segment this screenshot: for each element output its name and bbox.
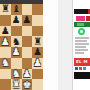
black-pawn[interactable]: ♟ xyxy=(12,15,21,25)
square-a4[interactable] xyxy=(0,47,11,58)
white-rook[interactable]: ♜ xyxy=(12,80,21,90)
black-pawn[interactable]: ♟ xyxy=(1,26,10,36)
ad-red-block xyxy=(86,16,90,21)
square-c4[interactable] xyxy=(22,47,33,58)
black-pawn[interactable]: ♟ xyxy=(33,47,42,57)
twitter-icon[interactable] xyxy=(83,67,86,70)
square-d4[interactable]: ♟ xyxy=(32,47,43,58)
square-a6[interactable]: ♟ xyxy=(0,26,11,37)
text-line xyxy=(75,40,87,42)
square-b2[interactable]: ♞ xyxy=(11,69,22,80)
ad-banner[interactable] xyxy=(74,15,90,21)
chess-board[interactable]: ♜♝♟♟♟♟♞♜♟♟♞♟♞♟♜♚ xyxy=(0,4,43,90)
text-line xyxy=(75,37,89,39)
square-b8[interactable]: ♝ xyxy=(11,4,22,15)
facebook-icon[interactable] xyxy=(75,67,78,70)
media-red-chip xyxy=(88,9,90,14)
square-a1[interactable] xyxy=(0,79,11,90)
page-gutter-gray xyxy=(58,0,72,90)
black-rook[interactable]: ♜ xyxy=(33,37,42,47)
square-d5[interactable]: ♜ xyxy=(32,36,43,47)
square-d8[interactable] xyxy=(32,4,43,15)
white-pawn[interactable]: ♟ xyxy=(33,58,42,68)
square-b5[interactable]: ♞ xyxy=(11,36,22,47)
whatsapp-button[interactable] xyxy=(78,28,85,35)
text-line xyxy=(75,49,88,51)
red-banner[interactable]: EL M xyxy=(74,58,90,66)
square-d3[interactable]: ♟ xyxy=(32,58,43,69)
square-a2[interactable] xyxy=(0,69,11,80)
square-b4[interactable]: ♟ xyxy=(11,47,22,58)
square-c5[interactable] xyxy=(22,36,33,47)
square-d6[interactable] xyxy=(32,26,43,37)
media-bar[interactable] xyxy=(74,9,90,14)
square-c3[interactable] xyxy=(22,58,33,69)
square-a8[interactable]: ♜ xyxy=(0,4,11,15)
page-gutter-white xyxy=(43,0,58,90)
square-c2[interactable]: ♟ xyxy=(22,69,33,80)
black-bishop[interactable]: ♝ xyxy=(12,4,21,14)
square-c8[interactable] xyxy=(22,4,33,15)
square-b1[interactable]: ♜ xyxy=(11,79,22,90)
social-icons xyxy=(75,67,86,70)
ad-pink-block xyxy=(76,16,85,21)
square-c6[interactable] xyxy=(22,26,33,37)
square-d7[interactable] xyxy=(32,15,43,26)
square-c7[interactable]: ♟ xyxy=(22,15,33,26)
white-king[interactable]: ♚ xyxy=(22,80,31,90)
text-line xyxy=(75,43,89,45)
square-d2[interactable] xyxy=(32,69,43,80)
black-rook[interactable]: ♜ xyxy=(1,4,10,14)
text-line xyxy=(75,46,86,48)
square-a3[interactable]: ♞ xyxy=(0,58,11,69)
white-knight[interactable]: ♞ xyxy=(12,69,21,79)
black-media-block[interactable] xyxy=(74,72,90,79)
square-a5[interactable]: ♟ xyxy=(0,36,11,47)
square-b3[interactable] xyxy=(11,58,22,69)
white-pawn[interactable]: ♟ xyxy=(22,69,31,79)
square-c1[interactable]: ♚ xyxy=(22,79,33,90)
text-line xyxy=(75,52,84,54)
whatsapp-icon xyxy=(80,30,83,33)
square-a7[interactable] xyxy=(0,15,11,26)
square-b6[interactable] xyxy=(11,26,22,37)
green-header-inner xyxy=(77,23,84,26)
googleplus-icon[interactable] xyxy=(79,67,82,70)
black-pawn[interactable]: ♟ xyxy=(22,15,31,25)
right-sidebar: EL M xyxy=(72,0,90,90)
white-knight[interactable]: ♞ xyxy=(1,58,10,68)
white-pawn[interactable]: ♟ xyxy=(12,47,21,57)
square-d1[interactable] xyxy=(32,79,43,90)
black-knight[interactable]: ♞ xyxy=(12,37,21,47)
white-pawn[interactable]: ♟ xyxy=(1,37,10,47)
green-header-bar xyxy=(74,22,90,27)
square-b7[interactable]: ♟ xyxy=(11,15,22,26)
